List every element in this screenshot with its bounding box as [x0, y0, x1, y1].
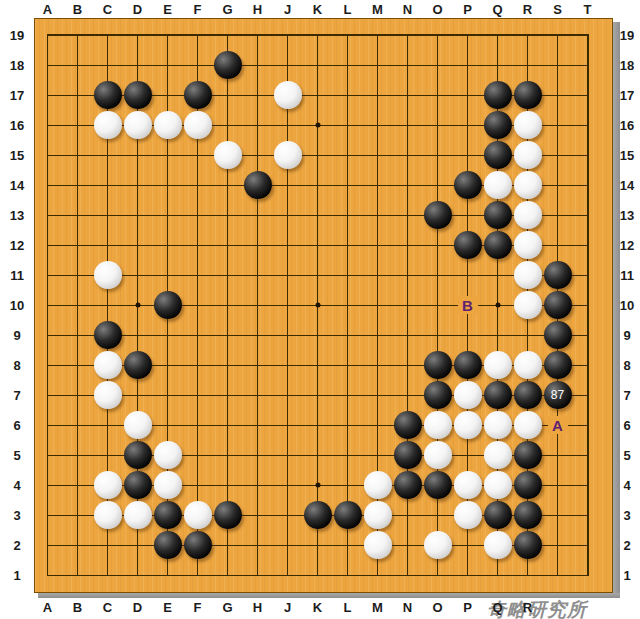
black-stone — [394, 441, 422, 469]
coord-top-C: C — [103, 2, 112, 17]
white-stone — [484, 351, 512, 379]
white-stone — [454, 501, 482, 529]
coord-right-16: 16 — [620, 118, 634, 133]
coord-left-9: 9 — [13, 328, 20, 343]
white-stone — [274, 81, 302, 109]
white-stone — [514, 411, 542, 439]
black-stone — [424, 381, 452, 409]
star-point — [315, 483, 320, 488]
black-stone — [454, 351, 482, 379]
coord-bottom-Q: Q — [492, 600, 502, 615]
coord-top-N: N — [403, 2, 412, 17]
coord-bottom-A: A — [43, 600, 52, 615]
coord-top-H: H — [253, 2, 262, 17]
white-stone — [124, 111, 152, 139]
coord-left-13: 13 — [10, 208, 24, 223]
black-stone — [124, 81, 152, 109]
coord-bottom-B: B — [73, 600, 82, 615]
coord-right-7: 7 — [623, 388, 630, 403]
black-stone — [454, 231, 482, 259]
black-stone — [484, 81, 512, 109]
white-stone — [514, 111, 542, 139]
star-point — [315, 123, 320, 128]
coord-right-8: 8 — [623, 358, 630, 373]
coord-bottom-H: H — [253, 600, 262, 615]
white-stone — [364, 471, 392, 499]
black-stone — [544, 351, 572, 379]
black-stone — [484, 141, 512, 169]
black-stone — [514, 81, 542, 109]
coord-top-O: O — [432, 2, 442, 17]
point-label-a: A — [548, 416, 568, 434]
black-stone — [94, 321, 122, 349]
white-stone — [514, 171, 542, 199]
coord-bottom-G: G — [222, 600, 232, 615]
coord-left-19: 19 — [10, 28, 24, 43]
white-stone — [424, 531, 452, 559]
coord-top-S: S — [553, 2, 562, 17]
white-stone — [454, 381, 482, 409]
coord-left-2: 2 — [13, 538, 20, 553]
white-stone — [94, 351, 122, 379]
black-stone — [154, 531, 182, 559]
white-stone — [214, 141, 242, 169]
coord-right-10: 10 — [620, 298, 634, 313]
white-stone — [514, 201, 542, 229]
coord-left-1: 1 — [13, 568, 20, 583]
coord-left-11: 11 — [10, 268, 24, 283]
black-stone — [94, 81, 122, 109]
coord-bottom-L: L — [344, 600, 352, 615]
coord-right-1: 1 — [623, 568, 630, 583]
black-stone — [394, 411, 422, 439]
coord-left-17: 17 — [10, 88, 24, 103]
coord-right-11: 11 — [620, 268, 634, 283]
coord-top-P: P — [463, 2, 472, 17]
coord-top-Q: Q — [492, 2, 502, 17]
black-stone — [184, 81, 212, 109]
white-stone — [94, 261, 122, 289]
watermark-text: 奇略研究所 — [487, 597, 637, 619]
white-stone — [124, 411, 152, 439]
black-stone — [214, 51, 242, 79]
black-stone — [484, 381, 512, 409]
white-stone — [124, 501, 152, 529]
coord-top-T: T — [584, 2, 592, 17]
black-stone — [184, 531, 212, 559]
black-stone — [214, 501, 242, 529]
coord-left-3: 3 — [13, 508, 20, 523]
coord-bottom-K: K — [313, 600, 322, 615]
coord-bottom-D: D — [133, 600, 142, 615]
black-stone — [484, 201, 512, 229]
coord-right-19: 19 — [620, 28, 634, 43]
black-stone — [544, 261, 572, 289]
coord-top-G: G — [222, 2, 232, 17]
star-point — [495, 303, 500, 308]
coord-bottom-O: O — [432, 600, 442, 615]
black-stone — [544, 291, 572, 319]
coord-bottom-E: E — [163, 600, 172, 615]
coord-left-6: 6 — [13, 418, 20, 433]
coord-top-E: E — [163, 2, 172, 17]
white-stone — [514, 351, 542, 379]
white-stone — [364, 531, 392, 559]
white-stone — [184, 111, 212, 139]
white-stone — [514, 291, 542, 319]
coord-left-8: 8 — [13, 358, 20, 373]
coord-right-13: 13 — [620, 208, 634, 223]
white-stone — [424, 411, 452, 439]
star-point — [315, 303, 320, 308]
white-stone — [154, 471, 182, 499]
black-stone — [124, 441, 152, 469]
black-stone — [514, 471, 542, 499]
point-label-b: B — [458, 296, 478, 314]
coord-bottom-J: J — [284, 600, 291, 615]
white-stone — [484, 441, 512, 469]
white-stone — [94, 471, 122, 499]
star-point — [135, 303, 140, 308]
coord-top-J: J — [284, 2, 291, 17]
coord-right-14: 14 — [620, 178, 634, 193]
coord-left-12: 12 — [10, 238, 24, 253]
coord-bottom-M: M — [372, 600, 383, 615]
coord-right-17: 17 — [620, 88, 634, 103]
white-stone — [514, 261, 542, 289]
coord-top-F: F — [194, 2, 202, 17]
black-stone — [424, 201, 452, 229]
coord-bottom-F: F — [194, 600, 202, 615]
coord-top-M: M — [372, 2, 383, 17]
coord-right-9: 9 — [623, 328, 630, 343]
black-stone — [244, 171, 272, 199]
white-stone — [484, 411, 512, 439]
black-stone — [484, 501, 512, 529]
coord-left-16: 16 — [10, 118, 24, 133]
black-stone — [424, 471, 452, 499]
black-stone — [394, 471, 422, 499]
white-stone — [94, 381, 122, 409]
black-stone — [484, 231, 512, 259]
coord-right-2: 2 — [623, 538, 630, 553]
black-stone: 87 — [544, 381, 572, 409]
coord-right-3: 3 — [623, 508, 630, 523]
black-stone — [544, 321, 572, 349]
black-stone — [454, 171, 482, 199]
white-stone — [454, 471, 482, 499]
coord-right-6: 6 — [623, 418, 630, 433]
white-stone — [94, 111, 122, 139]
white-stone — [424, 441, 452, 469]
white-stone — [454, 411, 482, 439]
black-stone — [514, 501, 542, 529]
coord-top-A: A — [43, 2, 52, 17]
board-shadow-bottom — [38, 593, 620, 598]
black-stone — [124, 351, 152, 379]
coord-top-R: R — [523, 2, 532, 17]
coord-left-15: 15 — [10, 148, 24, 163]
white-stone — [94, 501, 122, 529]
black-stone — [424, 351, 452, 379]
coord-bottom-C: C — [103, 600, 112, 615]
coord-left-5: 5 — [13, 448, 20, 463]
white-stone — [514, 231, 542, 259]
white-stone — [364, 501, 392, 529]
coord-left-10: 10 — [10, 298, 24, 313]
go-kifu-viewer: 奇略研究所 87ABABCDEFGHJKLMNOPQRSTABCDEFGHJKL… — [0, 0, 640, 619]
black-stone — [334, 501, 362, 529]
black-stone — [514, 441, 542, 469]
coord-bottom-R: R — [523, 600, 532, 615]
black-stone — [124, 471, 152, 499]
coord-right-5: 5 — [623, 448, 630, 463]
black-stone — [514, 381, 542, 409]
coord-bottom-P: P — [463, 600, 472, 615]
coord-right-4: 4 — [623, 478, 630, 493]
last-move-number: 87 — [551, 389, 564, 401]
coord-bottom-N: N — [403, 600, 412, 615]
white-stone — [184, 501, 212, 529]
white-stone — [274, 141, 302, 169]
black-stone — [514, 531, 542, 559]
coord-top-L: L — [344, 2, 352, 17]
black-stone — [154, 501, 182, 529]
coord-right-18: 18 — [620, 58, 634, 73]
white-stone — [154, 111, 182, 139]
coord-top-K: K — [313, 2, 322, 17]
black-stone — [304, 501, 332, 529]
coord-right-15: 15 — [620, 148, 634, 163]
white-stone — [514, 141, 542, 169]
coord-left-4: 4 — [13, 478, 20, 493]
black-stone — [154, 291, 182, 319]
black-stone — [484, 111, 512, 139]
coord-right-12: 12 — [620, 238, 634, 253]
coord-top-D: D — [133, 2, 142, 17]
coord-left-14: 14 — [10, 178, 24, 193]
white-stone — [484, 471, 512, 499]
white-stone — [154, 441, 182, 469]
coord-left-18: 18 — [10, 58, 24, 73]
coord-top-B: B — [73, 2, 82, 17]
coord-left-7: 7 — [13, 388, 20, 403]
white-stone — [484, 171, 512, 199]
white-stone — [484, 531, 512, 559]
